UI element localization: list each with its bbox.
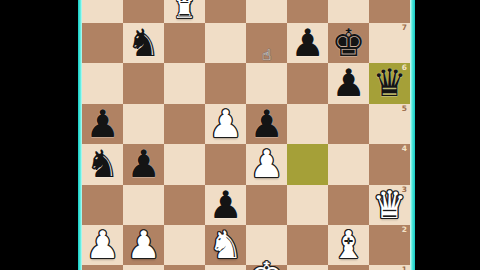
square-a2[interactable]: ♟	[82, 225, 123, 265]
square-e1[interactable]: ♚	[246, 265, 287, 270]
square-d6[interactable]	[205, 63, 246, 103]
square-e8[interactable]	[246, 0, 287, 23]
square-a1[interactable]	[82, 265, 123, 270]
square-a4[interactable]: ♞	[82, 144, 123, 184]
square-g2[interactable]: ♝	[328, 225, 369, 265]
square-c8[interactable]: ♜	[164, 0, 205, 23]
piece-black-pawn[interactable]: ♟	[331, 63, 365, 103]
square-d1[interactable]	[205, 265, 246, 270]
square-d4[interactable]	[205, 144, 246, 184]
square-g6[interactable]: ♟	[328, 63, 369, 103]
piece-black-pawn[interactable]: ♟	[85, 104, 119, 144]
square-h1[interactable]: 1	[369, 265, 410, 270]
piece-white-pawn[interactable]: ♟	[126, 225, 160, 265]
piece-black-pawn[interactable]: ♟	[290, 23, 324, 63]
square-f7[interactable]: ♟	[287, 23, 328, 63]
square-b6[interactable]	[123, 63, 164, 103]
piece-white-rook[interactable]: ♜	[173, 0, 196, 23]
square-c1[interactable]	[164, 265, 205, 270]
rank-label-1: 1	[402, 266, 407, 270]
square-e4[interactable]: ♟	[246, 144, 287, 184]
square-h8[interactable]	[369, 0, 410, 23]
board-edge-glow-right	[410, 0, 415, 270]
piece-white-pawn[interactable]: ♟	[249, 144, 283, 184]
video-frame: ♜♞♟♚7♟♛6♟♟♟5♞♟♟4♟♛3♟♟♞♝2♚1 ☝	[0, 0, 480, 270]
piece-black-knight[interactable]: ♞	[85, 144, 119, 184]
square-c2[interactable]	[164, 225, 205, 265]
square-c7[interactable]	[164, 23, 205, 63]
chess-board[interactable]: ♜♞♟♚7♟♛6♟♟♟5♞♟♟4♟♛3♟♟♞♝2♚1	[82, 0, 410, 270]
square-f3[interactable]	[287, 185, 328, 225]
square-h5[interactable]: 5	[369, 104, 410, 144]
square-b4[interactable]: ♟	[123, 144, 164, 184]
square-f6[interactable]	[287, 63, 328, 103]
square-a3[interactable]	[82, 185, 123, 225]
square-h4[interactable]: 4	[369, 144, 410, 184]
square-a5[interactable]: ♟	[82, 104, 123, 144]
square-e3[interactable]	[246, 185, 287, 225]
piece-white-bishop[interactable]: ♝	[331, 225, 365, 265]
square-f5[interactable]	[287, 104, 328, 144]
piece-white-pawn[interactable]: ♟	[208, 104, 242, 144]
square-a6[interactable]	[82, 63, 123, 103]
piece-white-knight[interactable]: ♞	[208, 225, 242, 265]
square-g7[interactable]: ♚	[328, 23, 369, 63]
square-f1[interactable]	[287, 265, 328, 270]
square-a7[interactable]	[82, 23, 123, 63]
square-h6[interactable]: ♛6	[369, 63, 410, 103]
square-b3[interactable]	[123, 185, 164, 225]
piece-black-pawn[interactable]: ♟	[249, 104, 283, 144]
square-b1[interactable]	[123, 265, 164, 270]
piece-black-king[interactable]: ♚	[331, 23, 365, 63]
square-b7[interactable]: ♞	[123, 23, 164, 63]
square-c5[interactable]	[164, 104, 205, 144]
square-c3[interactable]	[164, 185, 205, 225]
square-b2[interactable]: ♟	[123, 225, 164, 265]
piece-black-pawn[interactable]: ♟	[126, 144, 160, 184]
square-d3[interactable]: ♟	[205, 185, 246, 225]
square-h7[interactable]: 7	[369, 23, 410, 63]
square-f4[interactable]	[287, 144, 328, 184]
rank-label-7: 7	[402, 24, 407, 32]
square-h3[interactable]: ♛3	[369, 185, 410, 225]
rank-label-4: 4	[402, 145, 407, 153]
square-d7[interactable]	[205, 23, 246, 63]
square-g4[interactable]	[328, 144, 369, 184]
square-d5[interactable]: ♟	[205, 104, 246, 144]
square-d2[interactable]: ♞	[205, 225, 246, 265]
square-e5[interactable]: ♟	[246, 104, 287, 144]
square-f8[interactable]	[287, 0, 328, 23]
square-h2[interactable]: 2	[369, 225, 410, 265]
square-g5[interactable]	[328, 104, 369, 144]
square-c6[interactable]	[164, 63, 205, 103]
rank-label-6: 6	[402, 64, 407, 72]
square-b8[interactable]	[123, 0, 164, 23]
square-a8[interactable]	[82, 0, 123, 23]
rank-label-2: 2	[402, 226, 407, 234]
square-b5[interactable]	[123, 104, 164, 144]
square-e6[interactable]	[246, 63, 287, 103]
square-c4[interactable]	[164, 144, 205, 184]
square-g1[interactable]	[328, 265, 369, 270]
square-f2[interactable]	[287, 225, 328, 265]
rank-label-3: 3	[402, 186, 407, 194]
board-edge-glow-left	[78, 0, 82, 270]
square-g3[interactable]	[328, 185, 369, 225]
cursor-hand-icon: ☝	[262, 46, 271, 64]
piece-black-pawn[interactable]: ♟	[208, 185, 242, 225]
piece-black-knight[interactable]: ♞	[126, 23, 160, 63]
square-g8[interactable]	[328, 0, 369, 23]
piece-white-king[interactable]: ♚	[249, 256, 283, 270]
square-d8[interactable]	[205, 0, 246, 23]
piece-white-pawn[interactable]: ♟	[85, 225, 119, 265]
rank-label-5: 5	[402, 105, 407, 113]
